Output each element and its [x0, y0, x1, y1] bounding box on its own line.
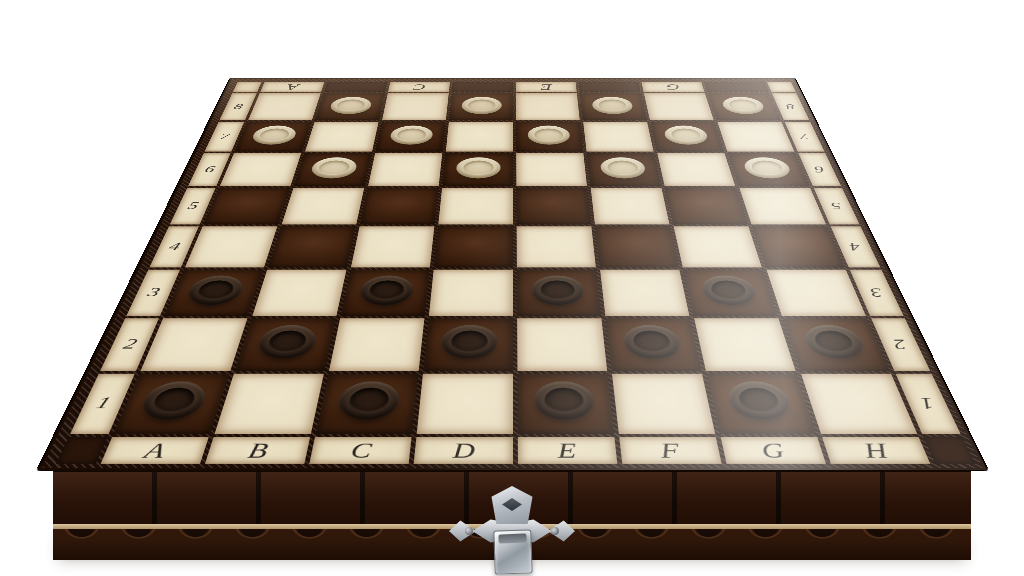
- square-g4[interactable]: [674, 226, 762, 267]
- frame-corner: [56, 437, 107, 464]
- board-front-edge: [53, 470, 971, 560]
- piece-white-h6[interactable]: [741, 157, 793, 178]
- square-d6[interactable]: [442, 153, 513, 186]
- file-label-h-bottom: H: [822, 437, 930, 464]
- square-e5[interactable]: [516, 188, 591, 225]
- square-f4[interactable]: [595, 226, 679, 267]
- square-a5[interactable]: [203, 188, 290, 225]
- square-b7[interactable]: [305, 122, 378, 152]
- clasp-screw-left: [465, 527, 473, 535]
- square-e6[interactable]: [516, 153, 587, 186]
- rank-number: 4: [847, 241, 862, 252]
- square-g5[interactable]: [665, 188, 748, 225]
- rank-number: 6: [203, 165, 216, 174]
- piece-white-d8[interactable]: [461, 97, 502, 114]
- square-d8[interactable]: [449, 93, 513, 120]
- file-label-c-bottom: C: [309, 437, 411, 464]
- piece-black-d2[interactable]: [440, 325, 497, 358]
- piece-white-f8[interactable]: [591, 97, 634, 114]
- square-b4[interactable]: [268, 226, 356, 267]
- piece-black-c1[interactable]: [336, 381, 402, 419]
- square-g1[interactable]: [707, 374, 817, 434]
- rank-number: 5: [186, 201, 200, 211]
- file-label-b-bottom: B: [205, 437, 310, 464]
- clasp-plate: [485, 486, 539, 524]
- file-label-f-bottom: F: [619, 437, 721, 464]
- file-letter: G: [759, 440, 787, 461]
- piece-white-b8[interactable]: [328, 97, 372, 114]
- rank-number: 8: [784, 103, 796, 110]
- file-letter: A: [142, 440, 168, 461]
- square-c8[interactable]: [382, 93, 449, 120]
- piece-white-d6[interactable]: [456, 157, 501, 178]
- square-g2[interactable]: [694, 318, 795, 371]
- square-g6[interactable]: [657, 153, 735, 186]
- square-h4[interactable]: [752, 226, 845, 267]
- piece-black-a3[interactable]: [184, 276, 247, 305]
- rank-number: 3: [868, 286, 885, 298]
- square-h6[interactable]: [728, 153, 810, 186]
- file-letter: A: [285, 83, 299, 91]
- piece-black-f2[interactable]: [622, 325, 683, 358]
- square-d7[interactable]: [446, 122, 513, 152]
- checkers-board: ACEG8877665544332211ABCDEFGH: [38, 78, 987, 470]
- piece-white-a7[interactable]: [250, 126, 299, 145]
- clasp-hook: [493, 529, 533, 574]
- square-d5[interactable]: [438, 188, 513, 225]
- square-e7[interactable]: [516, 122, 583, 152]
- piece-black-e1[interactable]: [534, 381, 596, 419]
- file-label-c-top: C: [388, 82, 450, 92]
- file-letter: F: [659, 440, 681, 461]
- square-b1[interactable]: [215, 374, 324, 434]
- rank-number: 3: [146, 286, 163, 298]
- square-c7[interactable]: [375, 122, 445, 152]
- file-label-g-top: G: [641, 82, 704, 92]
- file-letter: G: [665, 83, 681, 91]
- square-f2[interactable]: [606, 318, 702, 371]
- square-e4[interactable]: [517, 226, 596, 267]
- square-h8[interactable]: [708, 93, 781, 120]
- frame-corner: [767, 82, 796, 92]
- board-frame-grid: ACEG8877665544332211ABCDEFGH: [38, 78, 987, 470]
- square-g3[interactable]: [683, 270, 777, 316]
- square-a6[interactable]: [220, 153, 301, 186]
- square-e3[interactable]: [517, 270, 601, 316]
- file-letter: C: [412, 83, 426, 91]
- piece-black-c3[interactable]: [358, 276, 415, 305]
- square-a3[interactable]: [164, 270, 263, 316]
- square-b3[interactable]: [252, 270, 346, 316]
- square-e1[interactable]: [517, 374, 614, 434]
- square-b6[interactable]: [294, 153, 372, 186]
- square-b5[interactable]: [282, 188, 365, 225]
- rank-number: 4: [167, 241, 182, 252]
- square-c2[interactable]: [329, 318, 424, 371]
- file-letter: H: [861, 440, 891, 461]
- rank-number: 6: [813, 165, 826, 174]
- piece-black-e3[interactable]: [531, 276, 585, 305]
- file-label-a-bottom: A: [101, 437, 209, 464]
- metal-clasp: [447, 486, 577, 576]
- square-h3[interactable]: [766, 270, 865, 316]
- file-letter: E: [557, 440, 577, 461]
- rank-number: 7: [219, 132, 231, 140]
- square-b8[interactable]: [315, 93, 385, 120]
- square-f6[interactable]: [587, 153, 661, 186]
- square-e8[interactable]: [516, 93, 580, 120]
- square-c6[interactable]: [368, 153, 442, 186]
- rank-number: 1: [94, 395, 114, 411]
- photo-scene: ACEG8877665544332211ABCDEFGH: [0, 0, 1024, 576]
- square-f3[interactable]: [600, 270, 689, 316]
- frame-corner: [924, 437, 975, 464]
- square-d3[interactable]: [429, 270, 513, 316]
- square-h5[interactable]: [739, 188, 826, 225]
- piece-white-c7[interactable]: [389, 126, 434, 145]
- piece-white-b6[interactable]: [309, 157, 359, 178]
- rank-number: 5: [829, 201, 843, 211]
- square-b2[interactable]: [235, 318, 336, 371]
- file-label-b-top: [324, 82, 387, 92]
- square-a8[interactable]: [248, 93, 321, 120]
- file-label-e-top: E: [516, 82, 577, 92]
- rank-number: 2: [121, 337, 139, 351]
- rank-number: 7: [798, 132, 811, 140]
- square-c5[interactable]: [360, 188, 439, 225]
- square-d1[interactable]: [417, 374, 513, 434]
- file-label-h-top: [704, 82, 768, 92]
- file-letter: E: [540, 83, 552, 91]
- frame-corner: [233, 82, 262, 92]
- rank-number: 8: [233, 103, 245, 110]
- square-f5[interactable]: [591, 188, 670, 225]
- piece-white-e7[interactable]: [528, 126, 571, 145]
- square-f1[interactable]: [612, 374, 715, 434]
- file-label-a-top: A: [260, 82, 324, 92]
- square-f7[interactable]: [583, 122, 653, 152]
- rank-number: 1: [917, 395, 937, 411]
- file-letter: B: [246, 440, 270, 461]
- file-label-g-bottom: G: [721, 437, 826, 464]
- square-e2[interactable]: [517, 318, 607, 371]
- square-g7[interactable]: [650, 122, 724, 152]
- square-c1[interactable]: [316, 374, 419, 434]
- clasp-screw-right: [551, 527, 559, 535]
- square-g8[interactable]: [644, 93, 714, 120]
- file-letter: D: [452, 440, 475, 461]
- piece-black-h2[interactable]: [800, 325, 868, 358]
- square-d4[interactable]: [434, 226, 513, 267]
- file-label-f-top: [579, 82, 641, 92]
- square-c3[interactable]: [341, 270, 430, 316]
- piece-black-g1[interactable]: [725, 381, 795, 419]
- square-d2[interactable]: [423, 318, 513, 371]
- piece-black-b2[interactable]: [255, 325, 319, 358]
- file-label-e-bottom: E: [518, 437, 618, 464]
- square-a7[interactable]: [235, 122, 312, 152]
- square-a4[interactable]: [185, 226, 277, 267]
- piece-white-g7[interactable]: [663, 126, 710, 145]
- piece-white-f6[interactable]: [599, 157, 646, 178]
- piece-black-g3[interactable]: [699, 276, 759, 305]
- square-f8[interactable]: [580, 93, 647, 120]
- square-c4[interactable]: [351, 226, 434, 267]
- square-a2[interactable]: [141, 318, 248, 371]
- square-h7[interactable]: [717, 122, 794, 152]
- piece-white-h8[interactable]: [720, 97, 766, 114]
- file-label-d-top: [452, 82, 513, 92]
- file-letter: C: [349, 440, 373, 461]
- file-label-d-bottom: D: [414, 437, 513, 464]
- piece-black-a1[interactable]: [137, 381, 211, 419]
- rank-number: 2: [891, 337, 909, 351]
- board-perspective-wrap: ACEG8877665544332211ABCDEFGH: [38, 0, 987, 470]
